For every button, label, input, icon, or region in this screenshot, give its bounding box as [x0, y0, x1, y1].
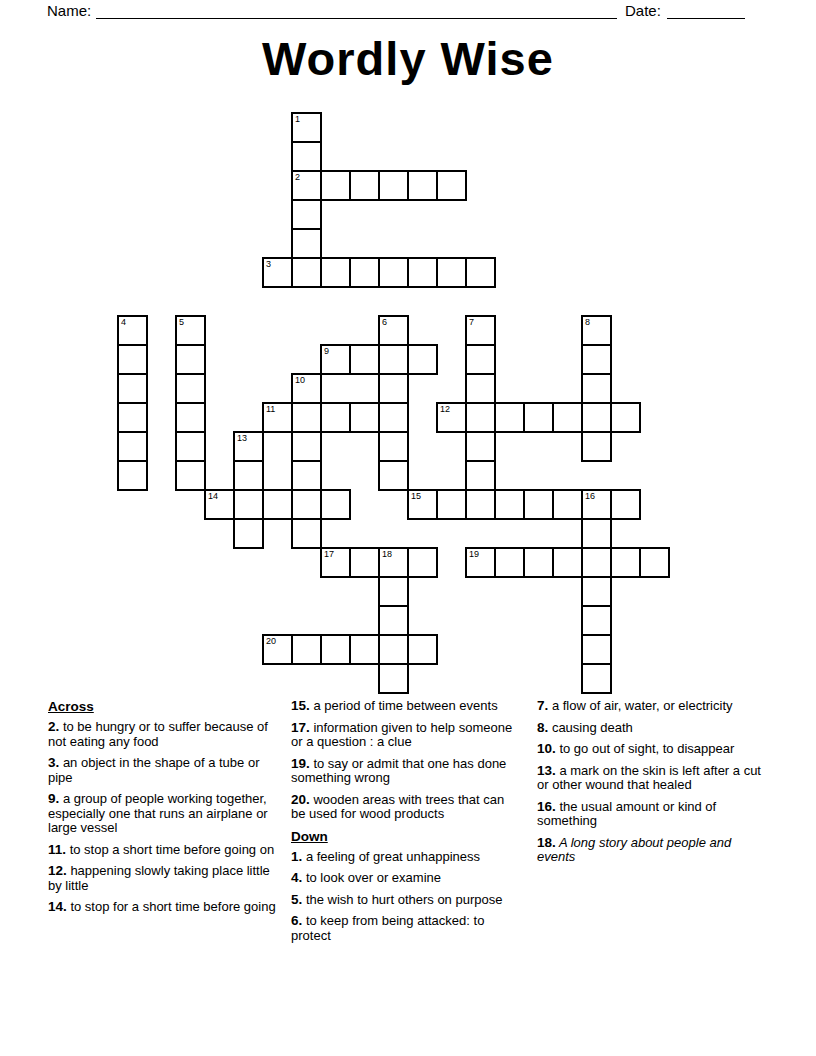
grid-cell-10-8[interactable] — [407, 344, 438, 375]
clue-11: 11. to stop a short time before going on — [48, 843, 279, 858]
clue-text: a feeling of great unhappiness — [302, 849, 480, 864]
grid-cell-9-16[interactable] — [378, 576, 409, 607]
grid-cell-17-13[interactable] — [610, 489, 641, 520]
clue-number-label: 16. — [537, 799, 556, 814]
clue-10: 10. to go out of sight, to disappear — [537, 742, 768, 757]
cell-number: 9 — [324, 346, 329, 356]
grid-cell-16-14[interactable] — [581, 518, 612, 549]
grid-cell-16-9[interactable] — [581, 373, 612, 404]
grid-cell-17-15[interactable] — [610, 547, 641, 578]
grid-cell-5-13[interactable] — [262, 489, 293, 520]
grid-cell-11-10[interactable]: 12 — [436, 402, 467, 433]
grid-cell-9-18[interactable] — [378, 634, 409, 665]
cell-number: 4 — [121, 317, 126, 327]
grid-cell-6-0[interactable]: 1 — [291, 112, 322, 143]
grid-cell-16-11[interactable] — [581, 431, 612, 462]
clue-number-label: 14. — [48, 899, 67, 914]
grid-cell-16-7[interactable]: 8 — [581, 315, 612, 346]
grid-cell-6-2[interactable]: 2 — [291, 170, 322, 201]
clue-number-label: 2. — [48, 719, 59, 734]
grid-cell-16-16[interactable] — [581, 576, 612, 607]
clue-text: to say or admit that one has done someth… — [291, 756, 506, 786]
grid-cell-16-15[interactable] — [581, 547, 612, 578]
grid-cell-6-12[interactable] — [291, 460, 322, 491]
grid-cell-9-15[interactable]: 18 — [378, 547, 409, 578]
clue-number-label: 8. — [537, 720, 548, 735]
grid-cell-14-10[interactable] — [523, 402, 554, 433]
grid-cell-12-9[interactable] — [465, 373, 496, 404]
grid-cell-5-18[interactable]: 20 — [262, 634, 293, 665]
clue-number-label: 19. — [291, 756, 310, 771]
grid-cell-9-12[interactable] — [378, 460, 409, 491]
clue-text: information given to help someone or a q… — [291, 720, 512, 750]
clue-4: 4. to look over or examine — [291, 871, 522, 886]
clue-18: 18. A long story about people and events — [537, 836, 768, 865]
cell-number: 13 — [237, 433, 247, 443]
grid-cell-8-2[interactable] — [349, 170, 380, 201]
clue-19: 19. to say or admit that one has done so… — [291, 757, 522, 786]
clue-text: to stop for a short time before going — [67, 899, 276, 914]
clue-2: 2. to be hungry or to suffer because of … — [48, 720, 279, 749]
grid-cell-2-12[interactable] — [175, 460, 206, 491]
cell-number: 14 — [208, 491, 218, 501]
grid-cell-6-4[interactable] — [291, 228, 322, 259]
grid-cell-6-1[interactable] — [291, 141, 322, 172]
cell-number: 12 — [440, 404, 450, 414]
cell-number: 20 — [266, 636, 276, 646]
grid-cell-6-10[interactable] — [291, 402, 322, 433]
grid-cell-4-11[interactable]: 13 — [233, 431, 264, 462]
grid-cell-9-19[interactable] — [378, 663, 409, 694]
clue-number-label: 1. — [291, 849, 302, 864]
clue-14: 14. to stop for a short time before goin… — [48, 900, 279, 915]
grid-cell-18-15[interactable] — [639, 547, 670, 578]
grid-cell-10-5[interactable] — [407, 257, 438, 288]
grid-cell-14-15[interactable] — [523, 547, 554, 578]
grid-cell-11-13[interactable] — [436, 489, 467, 520]
grid-cell-12-5[interactable] — [465, 257, 496, 288]
grid-cell-7-13[interactable] — [320, 489, 351, 520]
grid-cell-15-10[interactable] — [552, 402, 583, 433]
grid-cell-11-2[interactable] — [436, 170, 467, 201]
clue-number-label: 7. — [537, 698, 548, 713]
grid-cell-0-12[interactable] — [117, 460, 148, 491]
grid-cell-8-10[interactable] — [349, 402, 380, 433]
grid-cell-9-7[interactable]: 6 — [378, 315, 409, 346]
grid-cell-6-13[interactable] — [291, 489, 322, 520]
grid-cell-13-10[interactable] — [494, 402, 525, 433]
cell-number: 3 — [266, 259, 271, 269]
grid-cell-12-10[interactable] — [465, 402, 496, 433]
clue-text: happening slowly taking place little by … — [48, 863, 270, 893]
clue-17: 17. information given to help someone or… — [291, 721, 522, 750]
clue-number-label: 6. — [291, 913, 302, 928]
clue-text: to go out of sight, to disappear — [556, 741, 735, 756]
grid-cell-0-11[interactable] — [117, 431, 148, 462]
grid-cell-7-15[interactable]: 17 — [320, 547, 351, 578]
grid-cell-12-8[interactable] — [465, 344, 496, 375]
clue-text: a mark on the skin is left after a cut o… — [537, 763, 761, 793]
cell-number: 17 — [324, 549, 334, 559]
grid-cell-16-18[interactable] — [581, 634, 612, 665]
clue-text: causing death — [548, 720, 633, 735]
clue-text: a period of time between events — [310, 698, 498, 713]
clue-number-label: 12. — [48, 863, 67, 878]
grid-cell-5-10[interactable]: 11 — [262, 402, 293, 433]
grid-cell-9-2[interactable] — [378, 170, 409, 201]
grid-cell-5-5[interactable]: 3 — [262, 257, 293, 288]
cell-number: 2 — [295, 172, 300, 182]
grid-cell-17-10[interactable] — [610, 402, 641, 433]
grid-cell-7-8[interactable]: 9 — [320, 344, 351, 375]
grid-cell-9-10[interactable] — [378, 402, 409, 433]
clue-text: to look over or examine — [302, 870, 441, 885]
cell-number: 11 — [266, 404, 275, 414]
grid-cell-0-7[interactable]: 4 — [117, 315, 148, 346]
grid-cell-7-2[interactable] — [320, 170, 351, 201]
grid-cell-6-5[interactable] — [291, 257, 322, 288]
clue-6: 6. to keep from being attacked: to prote… — [291, 914, 522, 943]
clue-text: to be hungry or to suffer because of not… — [48, 719, 268, 749]
grid-cell-10-15[interactable] — [407, 547, 438, 578]
clue-number-label: 11. — [48, 842, 66, 857]
clue-15: 15. a period of time between events — [291, 699, 522, 714]
grid-cell-12-7[interactable]: 7 — [465, 315, 496, 346]
grid-cell-15-15[interactable] — [552, 547, 583, 578]
grid-cell-13-13[interactable] — [494, 489, 525, 520]
name-blank-line[interactable] — [96, 18, 617, 19]
clue-12: 12. happening slowly taking place little… — [48, 864, 279, 893]
grid-cell-0-8[interactable] — [117, 344, 148, 375]
grid-cell-9-17[interactable] — [378, 605, 409, 636]
cell-number: 1 — [295, 114, 300, 124]
clue-text: to stop a short time before going on — [66, 842, 274, 857]
grid-cell-9-9[interactable] — [378, 373, 409, 404]
clue-column-1: Across2. to be hungry or to suffer becau… — [48, 699, 279, 950]
crossword-grid: 1234567891011121314151617181920 — [117, 112, 670, 694]
cell-number: 15 — [411, 491, 421, 501]
grid-cell-8-5[interactable] — [349, 257, 380, 288]
grid-cell-16-13[interactable]: 16 — [581, 489, 612, 520]
grid-cell-6-9[interactable]: 10 — [291, 373, 322, 404]
grid-cell-9-11[interactable] — [378, 431, 409, 462]
clue-number-label: 5. — [291, 892, 302, 907]
clues-section: Across2. to be hungry or to suffer becau… — [48, 699, 770, 950]
grid-cell-8-15[interactable] — [349, 547, 380, 578]
name-label: Name: — [47, 3, 91, 19]
grid-cell-6-3[interactable] — [291, 199, 322, 230]
grid-cell-7-10[interactable] — [320, 402, 351, 433]
clue-text: a flow of air, water, or electricity — [548, 698, 732, 713]
clues-header-down: Down — [291, 829, 522, 844]
cell-number: 18 — [382, 549, 392, 559]
clue-number-label: 17. — [291, 720, 310, 735]
clue-text: A long story about people and events — [537, 835, 731, 865]
grid-cell-2-9[interactable] — [175, 373, 206, 404]
clue-13: 13. a mark on the skin is left after a c… — [537, 764, 768, 793]
cell-number: 6 — [382, 317, 387, 327]
clue-number-label: 18. — [537, 835, 556, 850]
page-title: Wordly Wise — [0, 33, 816, 85]
grid-cell-12-13[interactable] — [465, 489, 496, 520]
clue-text: an object in the shape of a tube or pipe — [48, 755, 259, 785]
grid-cell-4-14[interactable] — [233, 518, 264, 549]
grid-cell-6-18[interactable] — [291, 634, 322, 665]
grid-cell-11-5[interactable] — [436, 257, 467, 288]
grid-cell-2-7[interactable]: 5 — [175, 315, 206, 346]
clue-column-2: 15. a period of time between events17. i… — [291, 699, 522, 950]
clue-number-label: 15. — [291, 698, 310, 713]
cell-number: 19 — [469, 549, 479, 559]
grid-cell-7-18[interactable] — [320, 634, 351, 665]
grid-cell-10-2[interactable] — [407, 170, 438, 201]
grid-cell-6-11[interactable] — [291, 431, 322, 462]
grid-cell-12-11[interactable] — [465, 431, 496, 462]
clue-number-label: 10. — [537, 741, 556, 756]
grid-cell-14-13[interactable] — [523, 489, 554, 520]
grid-cell-16-8[interactable] — [581, 344, 612, 375]
clue-1: 1. a feeling of great unhappiness — [291, 850, 522, 865]
grid-cell-4-12[interactable] — [233, 460, 264, 491]
clue-7: 7. a flow of air, water, or electricity — [537, 699, 768, 714]
cell-number: 10 — [295, 375, 305, 385]
clue-3: 3. an object in the shape of a tube or p… — [48, 756, 279, 785]
date-blank-line[interactable] — [667, 18, 745, 19]
clue-8: 8. causing death — [537, 721, 768, 736]
grid-cell-0-9[interactable] — [117, 373, 148, 404]
clue-5: 5. the wish to hurt others on purpose — [291, 893, 522, 908]
cell-number: 7 — [469, 317, 474, 327]
clue-number-label: 9. — [48, 791, 59, 806]
clue-number-label: 4. — [291, 870, 302, 885]
grid-cell-8-18[interactable] — [349, 634, 380, 665]
grid-cell-2-11[interactable] — [175, 431, 206, 462]
clue-number-label: 13. — [537, 763, 556, 778]
clue-text: a group of people working together, espe… — [48, 791, 268, 835]
cell-number: 16 — [585, 491, 595, 501]
grid-cell-6-14[interactable] — [291, 518, 322, 549]
grid-cell-10-18[interactable] — [407, 634, 438, 665]
grid-cell-4-13[interactable] — [233, 489, 264, 520]
grid-cell-0-10[interactable] — [117, 402, 148, 433]
grid-cell-2-8[interactable] — [175, 344, 206, 375]
grid-cell-16-10[interactable] — [581, 402, 612, 433]
grid-cell-3-13[interactable]: 14 — [204, 489, 235, 520]
clue-20: 20. wooden areas with trees that can be … — [291, 793, 522, 822]
grid-cell-8-8[interactable] — [349, 344, 380, 375]
grid-cell-9-8[interactable] — [378, 344, 409, 375]
grid-cell-13-15[interactable] — [494, 547, 525, 578]
clue-text: to keep from being attacked: to protect — [291, 913, 484, 943]
clue-column-3: 7. a flow of air, water, or electricity8… — [537, 699, 768, 950]
clue-text: the usual amount or kind of something — [537, 799, 716, 829]
clue-text: wooden areas with trees that can be used… — [291, 792, 504, 822]
clues-header-across: Across — [48, 699, 279, 714]
grid-cell-12-15[interactable]: 19 — [465, 547, 496, 578]
cell-number: 5 — [179, 317, 184, 327]
grid-cell-9-5[interactable] — [378, 257, 409, 288]
grid-cell-12-12[interactable] — [465, 460, 496, 491]
clue-number-label: 20. — [291, 792, 310, 807]
clue-16: 16. the usual amount or kind of somethin… — [537, 800, 768, 829]
cell-number: 8 — [585, 317, 590, 327]
clue-number-label: 3. — [48, 755, 59, 770]
clue-9: 9. a group of people working together, e… — [48, 792, 279, 836]
grid-cell-7-5[interactable] — [320, 257, 351, 288]
clue-text: the wish to hurt others on purpose — [302, 892, 502, 907]
worksheet-page: Name: Date: Wordly Wise 1234567891011121… — [0, 0, 816, 1056]
grid-cell-16-19[interactable] — [581, 663, 612, 694]
grid-cell-2-10[interactable] — [175, 402, 206, 433]
grid-cell-15-13[interactable] — [552, 489, 583, 520]
date-label: Date: — [625, 3, 661, 19]
grid-cell-10-13[interactable]: 15 — [407, 489, 438, 520]
grid-cell-16-17[interactable] — [581, 605, 612, 636]
